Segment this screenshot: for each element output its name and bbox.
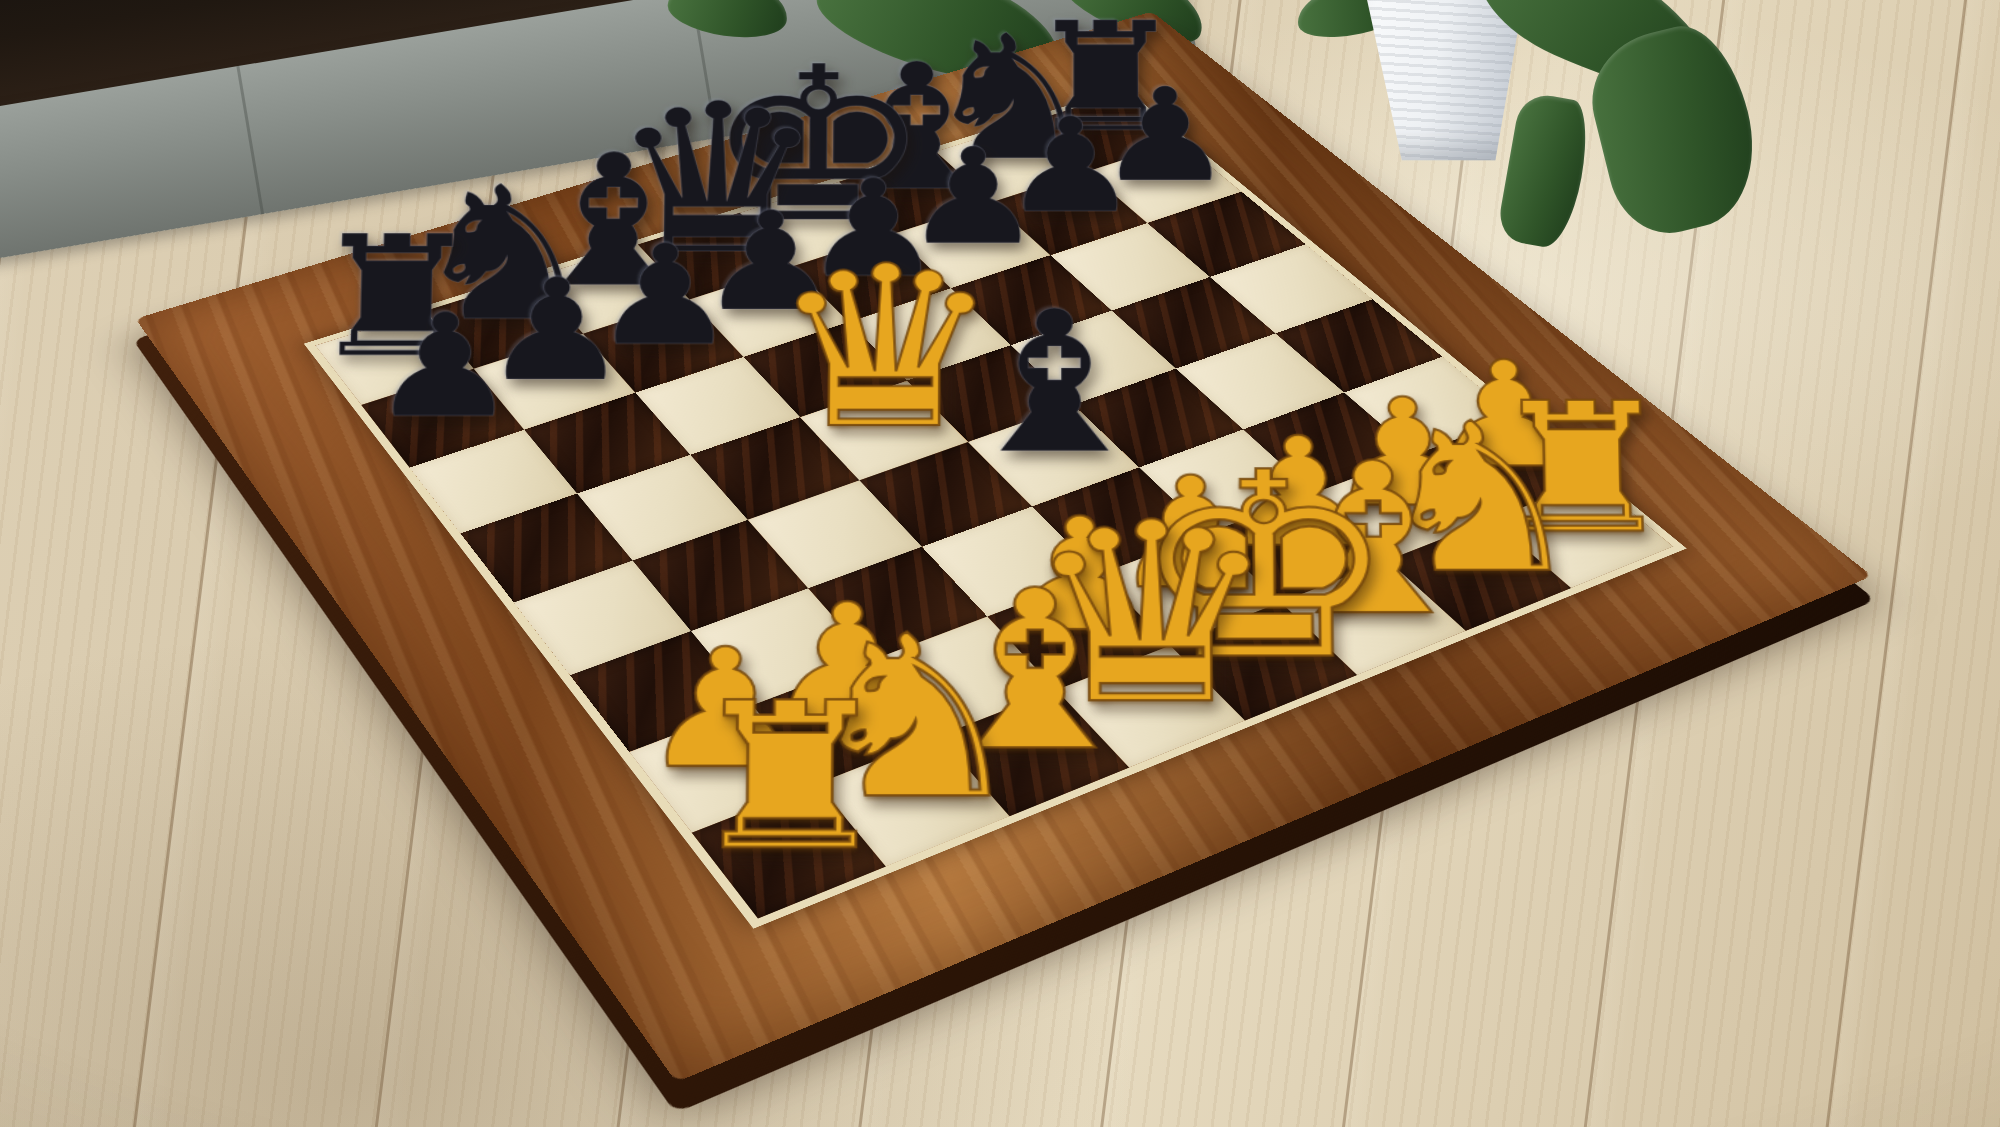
chess-board: ♜♞♝♛♚♝♞♜♟♟♟♟♟♟♟♟♛♝♟♟♟♟♟♟♟♜♞♝♛♚♝♞♜ bbox=[135, 12, 1872, 1083]
board-grid: ♜♞♝♛♚♝♞♜♟♟♟♟♟♟♟♟♛♝♟♟♟♟♟♟♟♜♞♝♛♚♝♞♜ bbox=[315, 93, 1673, 918]
black-pawn-glyph: ♟ bbox=[367, 294, 521, 437]
board-scene: ♜♞♝♛♚♝♞♜♟♟♟♟♟♟♟♟♛♝♟♟♟♟♟♟♟♜♞♝♛♚♝♞♜ bbox=[0, 0, 2000, 1127]
playing-area: ♜♞♝♛♚♝♞♜♟♟♟♟♟♟♟♟♛♝♟♟♟♟♟♟♟♜♞♝♛♚♝♞♜ bbox=[304, 88, 1687, 929]
white-rook-glyph: ♜ bbox=[684, 675, 897, 878]
rosewood-frame: ♜♞♝♛♚♝♞♜♟♟♟♟♟♟♟♟♛♝♟♟♟♟♟♟♟♜♞♝♛♚♝♞♜ bbox=[135, 12, 1872, 1083]
square-a1[interactable]: ♜ bbox=[692, 784, 886, 919]
square-d5[interactable]: ♛ bbox=[800, 381, 968, 481]
square-a7[interactable]: ♟ bbox=[361, 369, 524, 468]
